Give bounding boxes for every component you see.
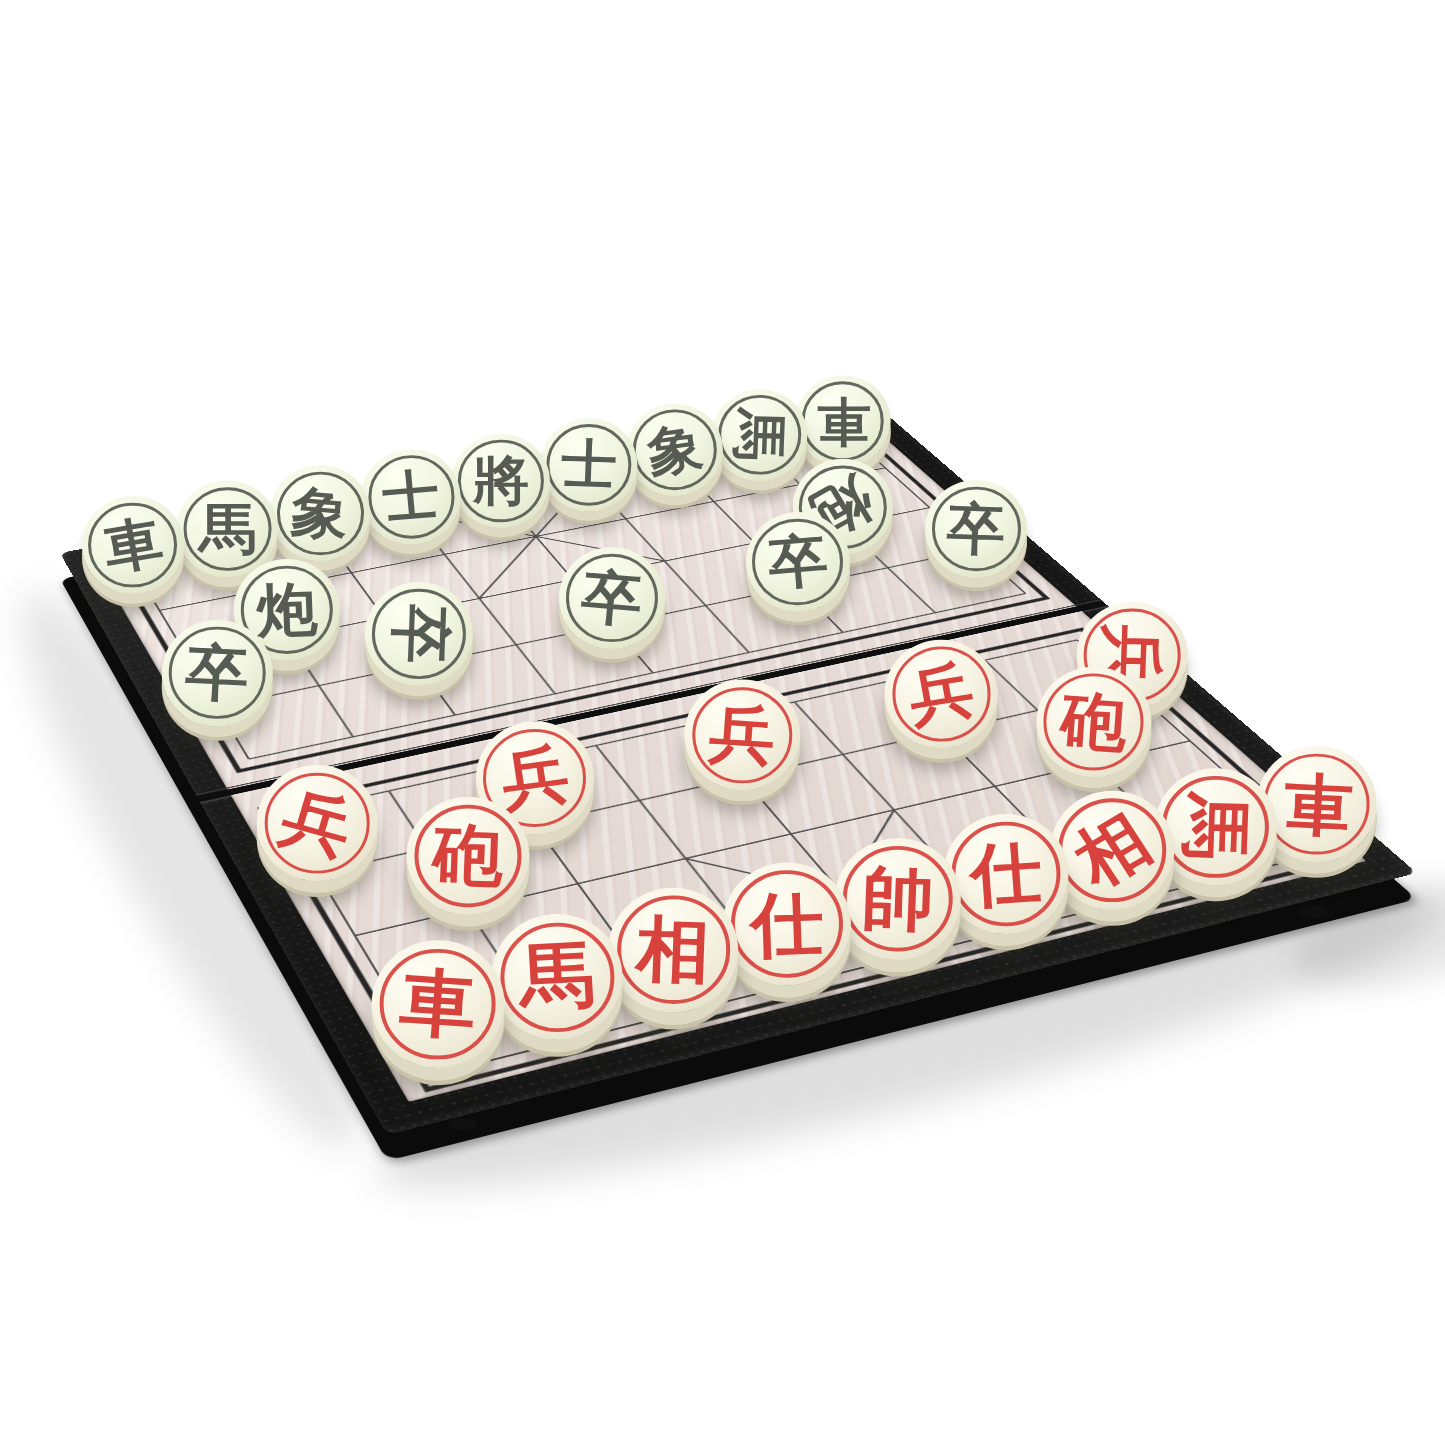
piece-character: 兵 xyxy=(681,676,804,794)
piece-character: 卒 xyxy=(554,543,669,653)
piece-character: 帥 xyxy=(832,836,963,962)
piece-black-elephant[interactable]: 象 xyxy=(270,465,370,561)
piece-black-chariot[interactable]: 車 xyxy=(82,496,184,594)
piece-character: 車 xyxy=(74,489,192,602)
piece-black-soldier[interactable]: 卒 xyxy=(364,582,472,686)
piece-red-advisor[interactable]: 仕 xyxy=(723,863,851,986)
piece-character: 馬 xyxy=(488,911,626,1043)
piece-character: 卒 xyxy=(741,508,854,616)
piece-character: 卒 xyxy=(923,478,1029,579)
piece-character: 仕 xyxy=(721,861,853,988)
piece-black-advisor[interactable]: 士 xyxy=(540,419,637,512)
piece-character: 車 xyxy=(367,936,509,1072)
piece-character: 士 xyxy=(538,417,639,514)
piece-character: 卒 xyxy=(363,581,475,688)
piece-black-soldier[interactable]: 卒 xyxy=(925,479,1027,577)
piece-character: 兵 xyxy=(876,631,1007,757)
pieces-layer: 車馬象士將士象馬車炮炮卒卒卒卒卒車馬相仕帥仕相馬車砲砲兵兵兵兵兵 xyxy=(0,0,1445,1445)
piece-character: 砲 xyxy=(1032,663,1155,781)
piece-character: 砲 xyxy=(404,794,531,916)
piece-character: 將 xyxy=(452,434,550,528)
piece-black-soldier[interactable]: 卒 xyxy=(162,619,273,725)
piece-red-advisor[interactable]: 仕 xyxy=(944,814,1069,934)
piece-black-soldier[interactable]: 卒 xyxy=(746,512,850,612)
piece-character: 象 xyxy=(266,460,374,564)
piece-black-general[interactable]: 將 xyxy=(452,434,550,528)
piece-red-soldier[interactable]: 兵 xyxy=(885,640,998,748)
piece-character: 兵 xyxy=(243,751,392,894)
piece-red-soldier[interactable]: 兵 xyxy=(685,680,800,791)
piece-red-soldier[interactable]: 兵 xyxy=(257,765,378,881)
piece-character: 相 xyxy=(606,886,740,1015)
piece-character: 士 xyxy=(358,445,465,548)
piece-black-soldier[interactable]: 卒 xyxy=(559,547,665,649)
photo-stage: 車馬象士將士象馬車炮炮卒卒卒卒卒車馬相仕帥仕相馬車砲砲兵兵兵兵兵 xyxy=(0,0,1445,1445)
piece-red-cannon[interactable]: 砲 xyxy=(406,796,529,914)
piece-red-general[interactable]: 帥 xyxy=(835,838,962,959)
piece-red-elephant[interactable]: 相 xyxy=(609,888,739,1012)
piece-black-elephant[interactable]: 象 xyxy=(627,404,723,497)
piece-character: 卒 xyxy=(159,617,275,728)
piece-red-horse[interactable]: 馬 xyxy=(491,914,622,1040)
piece-black-advisor[interactable]: 士 xyxy=(362,449,461,544)
piece-red-chariot[interactable]: 車 xyxy=(371,940,504,1067)
piece-red-cannon[interactable]: 砲 xyxy=(1036,667,1151,777)
